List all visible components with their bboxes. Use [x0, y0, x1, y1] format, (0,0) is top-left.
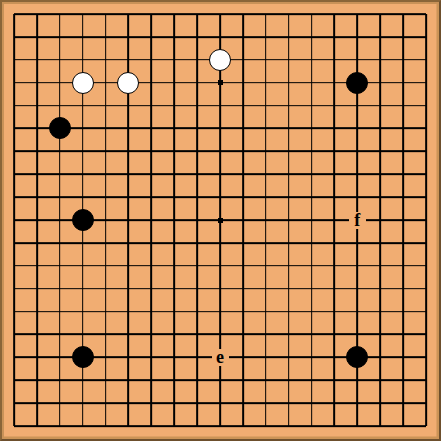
intersection — [94, 254, 117, 277]
intersection — [392, 231, 415, 254]
intersection — [209, 392, 232, 415]
intersection — [71, 346, 94, 369]
intersection — [3, 323, 26, 346]
intersection — [94, 140, 117, 163]
intersection — [186, 415, 209, 438]
intersection — [117, 231, 140, 254]
intersection — [209, 25, 232, 48]
intersection — [415, 25, 438, 48]
intersection — [369, 94, 392, 117]
intersection — [323, 231, 346, 254]
intersection — [71, 323, 94, 346]
intersection — [94, 231, 117, 254]
intersection — [415, 209, 438, 232]
intersection — [392, 254, 415, 277]
intersection — [254, 369, 277, 392]
intersection — [71, 415, 94, 438]
intersection — [94, 415, 117, 438]
intersection — [300, 71, 323, 94]
intersection — [323, 48, 346, 71]
intersection — [94, 392, 117, 415]
intersection — [163, 117, 186, 140]
intersection — [277, 277, 300, 300]
intersection — [300, 369, 323, 392]
intersection — [163, 3, 186, 26]
intersection — [392, 323, 415, 346]
intersection — [231, 25, 254, 48]
intersection — [163, 209, 186, 232]
intersection — [323, 186, 346, 209]
white-stone — [72, 72, 94, 94]
intersection — [323, 392, 346, 415]
intersection — [369, 25, 392, 48]
intersection — [209, 163, 232, 186]
intersection — [186, 323, 209, 346]
intersection — [48, 254, 71, 277]
intersection — [277, 48, 300, 71]
intersection — [117, 140, 140, 163]
intersection — [415, 392, 438, 415]
intersection — [231, 71, 254, 94]
intersection — [71, 277, 94, 300]
intersection — [94, 117, 117, 140]
intersection — [277, 25, 300, 48]
intersection — [277, 323, 300, 346]
intersection — [25, 277, 48, 300]
intersection — [186, 117, 209, 140]
intersection — [48, 415, 71, 438]
intersection — [231, 140, 254, 163]
intersection — [323, 369, 346, 392]
intersection — [323, 163, 346, 186]
intersection — [71, 300, 94, 323]
intersection — [415, 231, 438, 254]
intersection — [163, 415, 186, 438]
intersection — [117, 71, 140, 94]
intersection — [140, 392, 163, 415]
intersection — [48, 369, 71, 392]
intersection — [71, 3, 94, 26]
intersection — [277, 346, 300, 369]
intersection — [346, 163, 369, 186]
intersection: e — [209, 346, 232, 369]
intersection — [163, 140, 186, 163]
intersection — [186, 140, 209, 163]
intersection — [186, 346, 209, 369]
intersection — [231, 3, 254, 26]
intersection — [3, 48, 26, 71]
intersection — [392, 277, 415, 300]
intersection — [140, 140, 163, 163]
intersection — [94, 209, 117, 232]
intersection — [392, 209, 415, 232]
intersection — [392, 94, 415, 117]
intersection — [300, 277, 323, 300]
intersection — [48, 323, 71, 346]
intersection — [3, 415, 26, 438]
intersection — [415, 140, 438, 163]
intersection — [369, 231, 392, 254]
intersection — [25, 346, 48, 369]
intersection — [94, 323, 117, 346]
intersection — [209, 323, 232, 346]
black-stone — [49, 117, 71, 139]
intersection — [277, 71, 300, 94]
intersection — [346, 346, 369, 369]
intersection — [392, 369, 415, 392]
intersection — [346, 323, 369, 346]
intersection — [48, 94, 71, 117]
intersection — [71, 163, 94, 186]
intersection — [231, 117, 254, 140]
intersection — [163, 277, 186, 300]
intersection — [48, 163, 71, 186]
intersection — [140, 415, 163, 438]
intersection — [163, 71, 186, 94]
intersection — [71, 48, 94, 71]
intersection — [254, 186, 277, 209]
intersection — [277, 392, 300, 415]
intersection — [94, 300, 117, 323]
intersection — [415, 94, 438, 117]
intersection — [392, 71, 415, 94]
intersection — [25, 369, 48, 392]
intersection — [48, 277, 71, 300]
intersection — [48, 231, 71, 254]
intersection — [186, 71, 209, 94]
intersection — [346, 300, 369, 323]
intersection — [300, 392, 323, 415]
intersection — [277, 415, 300, 438]
intersection — [163, 254, 186, 277]
intersection — [117, 415, 140, 438]
intersection — [140, 254, 163, 277]
intersection — [186, 209, 209, 232]
intersection — [300, 25, 323, 48]
intersection — [209, 71, 232, 94]
intersection — [392, 140, 415, 163]
intersection — [415, 71, 438, 94]
intersection — [209, 209, 232, 232]
intersection — [277, 231, 300, 254]
intersection — [186, 48, 209, 71]
intersection — [277, 209, 300, 232]
intersection — [94, 48, 117, 71]
intersection — [163, 369, 186, 392]
intersection — [163, 323, 186, 346]
intersection — [346, 392, 369, 415]
intersection — [369, 392, 392, 415]
black-stone — [72, 346, 94, 368]
intersection — [231, 254, 254, 277]
intersection — [300, 209, 323, 232]
intersection — [186, 277, 209, 300]
intersection — [25, 231, 48, 254]
intersection — [117, 254, 140, 277]
intersection — [369, 140, 392, 163]
intersection — [94, 369, 117, 392]
intersection — [117, 300, 140, 323]
intersection — [140, 186, 163, 209]
intersection — [392, 163, 415, 186]
intersection — [231, 346, 254, 369]
intersection — [369, 323, 392, 346]
intersection — [3, 71, 26, 94]
intersection — [254, 415, 277, 438]
intersection — [186, 231, 209, 254]
intersection — [415, 277, 438, 300]
intersection — [346, 140, 369, 163]
intersection — [140, 300, 163, 323]
intersection — [209, 415, 232, 438]
intersection — [209, 254, 232, 277]
intersection — [94, 71, 117, 94]
intersection — [48, 346, 71, 369]
intersection — [209, 231, 232, 254]
intersection — [140, 3, 163, 26]
intersection — [369, 254, 392, 277]
intersection — [254, 117, 277, 140]
intersection — [71, 140, 94, 163]
intersection — [323, 25, 346, 48]
intersection — [3, 277, 26, 300]
intersection — [71, 392, 94, 415]
intersection — [117, 3, 140, 26]
intersection — [186, 25, 209, 48]
intersection — [71, 369, 94, 392]
intersection — [323, 94, 346, 117]
intersection — [117, 369, 140, 392]
intersection — [163, 346, 186, 369]
intersection — [300, 323, 323, 346]
intersection — [186, 254, 209, 277]
intersection — [277, 254, 300, 277]
intersection — [48, 48, 71, 71]
intersection — [3, 209, 26, 232]
intersection — [392, 186, 415, 209]
intersection — [231, 392, 254, 415]
black-stone — [346, 72, 368, 94]
intersection — [415, 346, 438, 369]
intersection — [25, 140, 48, 163]
intersection — [254, 209, 277, 232]
intersection — [140, 323, 163, 346]
white-stone — [209, 49, 231, 71]
intersection — [392, 117, 415, 140]
intersection — [163, 392, 186, 415]
intersection — [186, 369, 209, 392]
intersection — [254, 231, 277, 254]
intersection — [231, 415, 254, 438]
intersection — [3, 140, 26, 163]
intersection — [3, 186, 26, 209]
intersection — [323, 117, 346, 140]
intersection — [369, 163, 392, 186]
intersection — [346, 94, 369, 117]
intersection — [346, 254, 369, 277]
intersection — [323, 415, 346, 438]
intersection — [163, 163, 186, 186]
intersection — [3, 3, 26, 26]
intersection — [323, 140, 346, 163]
intersection — [254, 277, 277, 300]
intersection — [94, 186, 117, 209]
intersection — [346, 186, 369, 209]
intersection — [300, 163, 323, 186]
intersection — [140, 346, 163, 369]
intersection — [3, 117, 26, 140]
intersection — [94, 94, 117, 117]
intersection: f — [346, 209, 369, 232]
intersection — [369, 369, 392, 392]
intersection — [369, 346, 392, 369]
intersection — [254, 48, 277, 71]
intersection — [94, 277, 117, 300]
intersection — [3, 254, 26, 277]
intersection — [323, 3, 346, 26]
intersection — [369, 186, 392, 209]
intersection — [254, 163, 277, 186]
intersection — [140, 163, 163, 186]
intersection — [140, 71, 163, 94]
intersection — [25, 415, 48, 438]
star-point — [218, 80, 223, 85]
intersection — [254, 3, 277, 26]
intersection — [415, 323, 438, 346]
intersection — [323, 300, 346, 323]
intersection — [254, 300, 277, 323]
intersection — [277, 117, 300, 140]
intersection — [300, 48, 323, 71]
intersection — [415, 163, 438, 186]
intersection — [140, 117, 163, 140]
intersection — [25, 209, 48, 232]
intersection — [117, 346, 140, 369]
intersection — [415, 48, 438, 71]
intersection — [369, 71, 392, 94]
intersection — [415, 300, 438, 323]
intersection — [254, 71, 277, 94]
intersection — [346, 25, 369, 48]
intersection — [231, 369, 254, 392]
intersection — [3, 369, 26, 392]
intersection — [117, 186, 140, 209]
intersection — [71, 94, 94, 117]
intersection — [25, 94, 48, 117]
intersection — [25, 48, 48, 71]
intersection — [231, 277, 254, 300]
intersection — [231, 186, 254, 209]
intersection — [277, 94, 300, 117]
intersection — [277, 3, 300, 26]
intersection — [231, 323, 254, 346]
intersection — [209, 117, 232, 140]
intersection — [209, 94, 232, 117]
intersection — [3, 25, 26, 48]
intersection — [25, 3, 48, 26]
intersection — [346, 117, 369, 140]
intersection — [163, 186, 186, 209]
intersection — [186, 186, 209, 209]
intersection — [369, 117, 392, 140]
intersection — [117, 323, 140, 346]
intersection — [163, 48, 186, 71]
intersection — [48, 71, 71, 94]
intersection — [231, 300, 254, 323]
intersection — [3, 392, 26, 415]
intersection — [277, 369, 300, 392]
intersection — [323, 277, 346, 300]
intersection — [369, 48, 392, 71]
intersection — [117, 209, 140, 232]
intersection — [117, 392, 140, 415]
intersection — [25, 186, 48, 209]
intersection — [346, 369, 369, 392]
intersection — [117, 25, 140, 48]
intersection — [71, 71, 94, 94]
intersection — [71, 254, 94, 277]
intersection — [163, 231, 186, 254]
intersection — [3, 300, 26, 323]
intersection — [415, 369, 438, 392]
intersection — [186, 300, 209, 323]
intersection — [25, 254, 48, 277]
intersection — [392, 346, 415, 369]
intersection — [209, 48, 232, 71]
intersection — [48, 392, 71, 415]
intersection — [231, 231, 254, 254]
intersection — [186, 3, 209, 26]
intersection — [300, 117, 323, 140]
intersection — [209, 140, 232, 163]
intersection — [277, 300, 300, 323]
intersection — [231, 209, 254, 232]
point-label-f: f — [349, 212, 366, 229]
intersection — [254, 254, 277, 277]
white-stone — [117, 72, 139, 94]
intersection — [48, 186, 71, 209]
intersection — [71, 231, 94, 254]
intersection — [25, 25, 48, 48]
intersection — [346, 3, 369, 26]
intersection — [48, 25, 71, 48]
intersection — [369, 3, 392, 26]
intersection — [209, 277, 232, 300]
intersection — [163, 94, 186, 117]
point-label-e: e — [212, 349, 229, 366]
intersection — [300, 3, 323, 26]
intersection — [186, 94, 209, 117]
intersection — [25, 392, 48, 415]
intersection — [415, 254, 438, 277]
intersection — [140, 277, 163, 300]
intersection — [163, 300, 186, 323]
intersection — [369, 277, 392, 300]
intersection — [346, 48, 369, 71]
intersection — [48, 300, 71, 323]
intersection — [71, 209, 94, 232]
black-stone — [346, 346, 368, 368]
intersection — [300, 254, 323, 277]
goban-grid: fe — [3, 3, 438, 438]
intersection — [415, 415, 438, 438]
intersection — [48, 3, 71, 26]
intersection — [346, 231, 369, 254]
intersection — [392, 392, 415, 415]
intersection — [94, 163, 117, 186]
intersection — [25, 300, 48, 323]
intersection — [71, 186, 94, 209]
